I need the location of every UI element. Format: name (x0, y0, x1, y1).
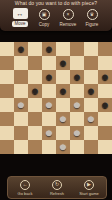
board-square[interactable]: ● (42, 126, 56, 140)
white-man[interactable]: ● (42, 98, 56, 112)
white-man[interactable]: ● (56, 112, 70, 126)
option-figure-label: Figure (86, 22, 99, 28)
board-square (84, 126, 98, 140)
board-square (70, 84, 84, 98)
board-square (84, 98, 98, 112)
board-square[interactable]: ● (70, 126, 84, 140)
board-square (56, 70, 70, 84)
go-back-button[interactable]: ← Go back (10, 180, 40, 196)
board-square (28, 70, 42, 84)
board-square[interactable] (0, 140, 14, 154)
option-move[interactable]: ↔ Move (8, 8, 32, 28)
board-square[interactable]: ● (14, 42, 28, 56)
play-icon: ▶ (84, 180, 94, 190)
white-man[interactable]: ● (42, 126, 56, 140)
board-square (84, 42, 98, 56)
board-square[interactable]: ● (56, 84, 70, 98)
board-square (14, 56, 28, 70)
refresh-button[interactable]: ↻ Refresh (42, 180, 72, 196)
white-man[interactable]: ● (70, 98, 84, 112)
white-man[interactable]: ● (14, 98, 28, 112)
start-game-label: Start game (79, 191, 99, 196)
board-square[interactable] (84, 56, 98, 70)
option-copy[interactable]: ▣ Copy (32, 8, 56, 28)
back-arrow-icon: ← (20, 180, 30, 190)
remove-icon: × (63, 9, 74, 20)
board-square[interactable] (98, 126, 112, 140)
dialog-options: ↔ Move ▣ Copy × Remove ♛ Figure (0, 7, 112, 28)
board-square (70, 56, 84, 70)
board-square[interactable] (28, 112, 42, 126)
board-square (28, 42, 42, 56)
board-square (28, 98, 42, 112)
copy-icon: ▣ (39, 9, 50, 20)
board-square[interactable]: ● (84, 112, 98, 126)
checkers-board: ●●●●●●●●●●●●●●●●●● (0, 42, 112, 154)
board-square[interactable]: ● (42, 70, 56, 84)
board-square (98, 112, 112, 126)
start-game-button[interactable]: ▶ Start game (74, 180, 104, 196)
black-man[interactable]: ● (70, 70, 84, 84)
board-square (0, 42, 14, 56)
board-square (56, 98, 70, 112)
board-square (42, 140, 56, 154)
board-square[interactable]: ● (56, 56, 70, 70)
move-icon: ↔ (13, 8, 28, 19)
go-back-label: Go back (18, 191, 33, 196)
board-square (0, 70, 14, 84)
dialog-title: What do you want to do with piece? (0, 0, 112, 7)
board-square[interactable] (84, 140, 98, 154)
board-square (0, 98, 14, 112)
refresh-icon: ↻ (52, 180, 62, 190)
board-square (70, 140, 84, 154)
board-square[interactable]: ● (56, 140, 70, 154)
option-figure[interactable]: ♛ Figure (80, 8, 104, 28)
board-square[interactable] (28, 140, 42, 154)
black-man[interactable]: ● (84, 84, 98, 98)
board-square (42, 84, 56, 98)
board-square[interactable] (14, 70, 28, 84)
white-man[interactable]: ● (84, 112, 98, 126)
board-square[interactable]: ● (84, 84, 98, 98)
board-square[interactable]: ● (42, 42, 56, 56)
option-remove-label: Remove (60, 22, 77, 28)
piece-action-dialog: What do you want to do with piece? ↔ Mov… (0, 0, 112, 31)
bottom-toolbar: ← Go back ↻ Refresh ▶ Start game (7, 176, 107, 199)
refresh-label: Refresh (50, 191, 64, 196)
board-square (14, 84, 28, 98)
board-square[interactable]: ● (70, 70, 84, 84)
board-square[interactable] (28, 56, 42, 70)
black-man[interactable]: ● (56, 84, 70, 98)
board-square (14, 140, 28, 154)
black-man[interactable]: ● (28, 84, 42, 98)
board-square (70, 112, 84, 126)
board-square[interactable]: ● (98, 70, 112, 84)
option-copy-label: Copy (39, 22, 50, 28)
white-man[interactable]: ● (56, 140, 70, 154)
black-man[interactable]: ● (42, 70, 56, 84)
black-man[interactable]: ● (14, 42, 28, 56)
board-square (56, 126, 70, 140)
board-square[interactable]: ● (56, 112, 70, 126)
board-square[interactable]: ● (70, 98, 84, 112)
board-square (28, 126, 42, 140)
black-man[interactable]: ● (98, 98, 112, 112)
board-square[interactable]: ● (98, 98, 112, 112)
board-square (42, 112, 56, 126)
board-square[interactable] (70, 42, 84, 56)
board-square[interactable] (0, 84, 14, 98)
board-square[interactable] (0, 56, 14, 70)
board-square (14, 112, 28, 126)
figure-icon: ♛ (87, 9, 98, 20)
board-square[interactable] (98, 42, 112, 56)
black-man[interactable]: ● (42, 42, 56, 56)
board-square (84, 70, 98, 84)
board-square[interactable]: ● (14, 98, 28, 112)
board-square (98, 140, 112, 154)
board-square (0, 126, 14, 140)
board-square (42, 56, 56, 70)
option-move-label: Move (12, 21, 27, 27)
board-square[interactable]: ● (28, 84, 42, 98)
option-remove[interactable]: × Remove (56, 8, 80, 28)
black-man[interactable]: ● (98, 70, 112, 84)
board-square[interactable]: ● (42, 98, 56, 112)
board-square (56, 42, 70, 56)
board-square[interactable] (0, 112, 14, 126)
board-square (98, 84, 112, 98)
white-man[interactable]: ● (70, 126, 84, 140)
black-man[interactable]: ● (56, 56, 70, 70)
board-square (98, 56, 112, 70)
board-square[interactable] (14, 126, 28, 140)
